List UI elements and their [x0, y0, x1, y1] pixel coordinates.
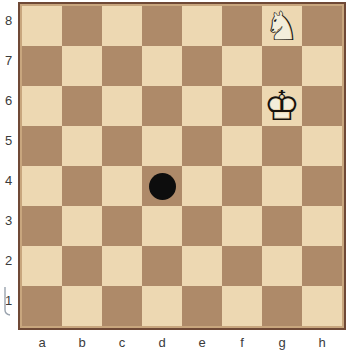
- rank-label-1: 1: [0, 280, 17, 320]
- square-b8[interactable]: [62, 6, 102, 46]
- file-label-b: b: [62, 334, 102, 350]
- square-e4[interactable]: [182, 166, 222, 206]
- white-knight[interactable]: ♞♘: [262, 6, 302, 46]
- square-e7[interactable]: [182, 46, 222, 86]
- square-g5[interactable]: [262, 126, 302, 166]
- square-e6[interactable]: [182, 86, 222, 126]
- square-a1[interactable]: [22, 286, 62, 326]
- square-g4[interactable]: [262, 166, 302, 206]
- square-c4[interactable]: [102, 166, 142, 206]
- chess-board: ♞♘♚♔: [22, 6, 342, 326]
- square-a8[interactable]: [22, 6, 62, 46]
- square-e3[interactable]: [182, 206, 222, 246]
- square-b5[interactable]: [62, 126, 102, 166]
- square-b6[interactable]: [62, 86, 102, 126]
- square-g3[interactable]: [262, 206, 302, 246]
- chess-board-frame: ♞♘♚♔: [18, 2, 346, 330]
- square-d5[interactable]: [142, 126, 182, 166]
- file-label-g: g: [262, 334, 302, 350]
- square-b7[interactable]: [62, 46, 102, 86]
- square-b2[interactable]: [62, 246, 102, 286]
- square-f7[interactable]: [222, 46, 262, 86]
- square-d4[interactable]: [142, 166, 182, 206]
- square-a2[interactable]: [22, 246, 62, 286]
- square-f2[interactable]: [222, 246, 262, 286]
- square-f6[interactable]: [222, 86, 262, 126]
- rank-labels: 87654321: [0, 0, 17, 320]
- square-d1[interactable]: [142, 286, 182, 326]
- square-a5[interactable]: [22, 126, 62, 166]
- square-d6[interactable]: [142, 86, 182, 126]
- square-e2[interactable]: [182, 246, 222, 286]
- white-knight-outline: ♘: [262, 6, 302, 46]
- rank-label-7: 7: [0, 40, 17, 80]
- square-g8[interactable]: ♞♘: [262, 6, 302, 46]
- square-h6[interactable]: [302, 86, 342, 126]
- square-a7[interactable]: [22, 46, 62, 86]
- square-c7[interactable]: [102, 46, 142, 86]
- square-h4[interactable]: [302, 166, 342, 206]
- rank-label-4: 4: [0, 160, 17, 200]
- square-h2[interactable]: [302, 246, 342, 286]
- square-b1[interactable]: [62, 286, 102, 326]
- square-c2[interactable]: [102, 246, 142, 286]
- square-c6[interactable]: [102, 86, 142, 126]
- square-g6[interactable]: ♚♔: [262, 86, 302, 126]
- square-e1[interactable]: [182, 286, 222, 326]
- square-a6[interactable]: [22, 86, 62, 126]
- square-f1[interactable]: [222, 286, 262, 326]
- file-label-e: e: [182, 334, 222, 350]
- square-c5[interactable]: [102, 126, 142, 166]
- square-c1[interactable]: [102, 286, 142, 326]
- square-g7[interactable]: [262, 46, 302, 86]
- square-h7[interactable]: [302, 46, 342, 86]
- square-b3[interactable]: [62, 206, 102, 246]
- square-g1[interactable]: [262, 286, 302, 326]
- square-h3[interactable]: [302, 206, 342, 246]
- square-d3[interactable]: [142, 206, 182, 246]
- file-label-c: c: [102, 334, 142, 350]
- rank-label-2: 2: [0, 240, 17, 280]
- square-d2[interactable]: [142, 246, 182, 286]
- square-e8[interactable]: [182, 6, 222, 46]
- white-king-outline: ♔: [262, 86, 302, 126]
- rank-label-3: 3: [0, 200, 17, 240]
- square-h8[interactable]: [302, 6, 342, 46]
- square-e5[interactable]: [182, 126, 222, 166]
- square-g2[interactable]: [262, 246, 302, 286]
- square-f8[interactable]: [222, 6, 262, 46]
- rank-label-5: 5: [0, 120, 17, 160]
- square-h1[interactable]: [302, 286, 342, 326]
- rank-label-8: 8: [0, 0, 17, 40]
- white-king[interactable]: ♚♔: [262, 86, 302, 126]
- rank-label-6: 6: [0, 80, 17, 120]
- chess-diagram: 87654321 ♞♘♚♔ abcdefgh: [0, 0, 349, 352]
- square-f3[interactable]: [222, 206, 262, 246]
- square-c8[interactable]: [102, 6, 142, 46]
- file-label-f: f: [222, 334, 262, 350]
- file-label-h: h: [302, 334, 342, 350]
- square-a4[interactable]: [22, 166, 62, 206]
- black-dot-marker: [149, 173, 176, 200]
- square-d8[interactable]: [142, 6, 182, 46]
- square-h5[interactable]: [302, 126, 342, 166]
- file-label-d: d: [142, 334, 182, 350]
- square-f5[interactable]: [222, 126, 262, 166]
- square-c3[interactable]: [102, 206, 142, 246]
- square-f4[interactable]: [222, 166, 262, 206]
- square-d7[interactable]: [142, 46, 182, 86]
- file-label-a: a: [22, 334, 62, 350]
- square-a3[interactable]: [22, 206, 62, 246]
- file-labels: abcdefgh: [22, 334, 342, 350]
- square-b4[interactable]: [62, 166, 102, 206]
